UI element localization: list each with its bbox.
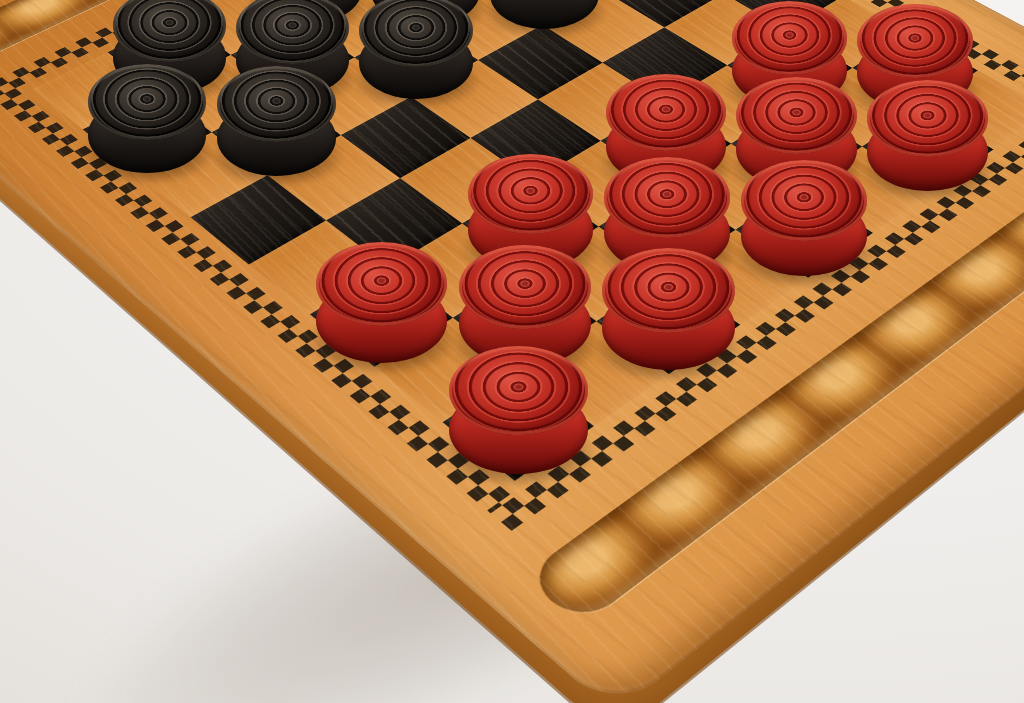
checker-top-rings — [316, 242, 447, 326]
red-checker[interactable] — [867, 80, 988, 191]
checker-top-rings — [449, 346, 588, 435]
checker-top-rings — [736, 77, 856, 154]
checkers-photo-stage — [0, 0, 1024, 703]
black-checker[interactable] — [490, 0, 599, 29]
black-checker[interactable] — [359, 0, 473, 99]
black-checker[interactable] — [217, 66, 336, 175]
red-checker[interactable] — [741, 160, 867, 276]
red-checker[interactable] — [602, 248, 734, 370]
checker-top-rings — [732, 1, 847, 75]
checker-top-rings — [88, 64, 207, 140]
checker-top-rings — [217, 66, 336, 142]
red-checker[interactable] — [449, 346, 588, 474]
checker-top-rings — [468, 154, 594, 234]
black-checker[interactable] — [88, 64, 207, 173]
checker-top-rings — [867, 80, 988, 157]
red-checker[interactable] — [316, 242, 447, 363]
checker-top-rings — [741, 160, 867, 241]
checker-top-rings — [857, 4, 972, 78]
checker-top-rings — [604, 157, 730, 238]
checker-top-rings — [602, 248, 734, 333]
checker-top-rings — [606, 74, 726, 151]
checker-top-rings — [459, 245, 591, 329]
